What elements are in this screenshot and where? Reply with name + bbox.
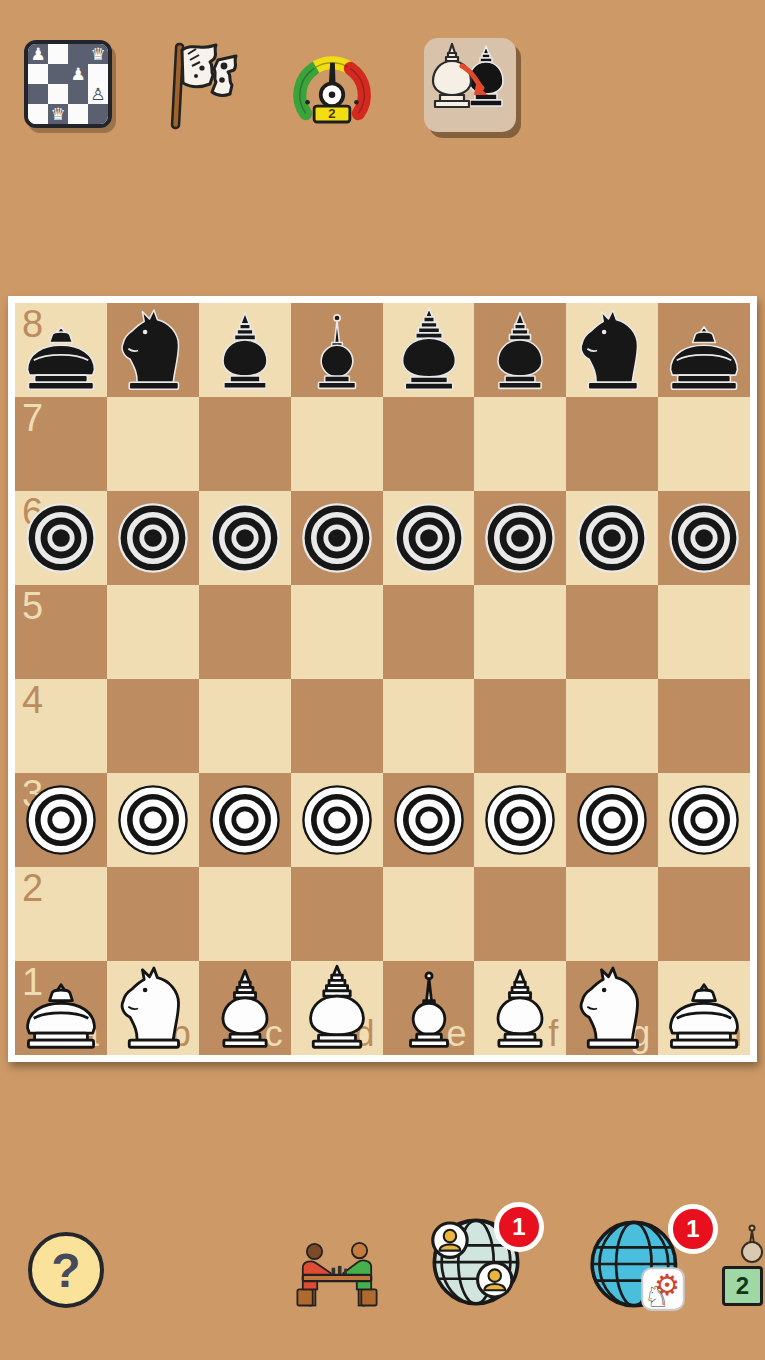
help-button[interactable]: ? <box>28 1232 104 1308</box>
square-h2[interactable] <box>658 867 750 961</box>
piece-black-ma-knight-b8[interactable] <box>109 305 197 396</box>
piece-white-ma-knight-g1[interactable] <box>568 963 656 1054</box>
square-e8[interactable] <box>383 303 475 397</box>
mini-board-glyph: ♛ <box>50 106 65 123</box>
square-a8[interactable]: 8 <box>15 303 107 397</box>
mini-board-cell: ♟ <box>28 44 48 64</box>
square-f1[interactable]: f <box>474 961 566 1055</box>
piece-white-bia-pawn-g3[interactable] <box>572 780 652 860</box>
mini-board-glyph: ♛ <box>90 46 105 63</box>
square-g2[interactable] <box>566 867 658 961</box>
online-engine-button[interactable]: ⚙ ♞ 1 <box>588 1214 688 1314</box>
piece-white-bia-pawn-e3[interactable] <box>389 780 469 860</box>
piece-black-khon-bishop-f8[interactable] <box>476 305 564 396</box>
piece-white-met-queen-e1[interactable] <box>385 963 473 1054</box>
square-e5[interactable] <box>383 585 475 679</box>
square-a5[interactable]: 5 <box>15 585 107 679</box>
mini-board-cell <box>88 64 108 84</box>
piece-white-rua-boat-rook-h1[interactable] <box>660 963 748 1054</box>
piece-black-bia-pawn-a6[interactable] <box>21 498 101 578</box>
difficulty-button[interactable]: 2 <box>284 44 380 138</box>
mini-board-cell <box>68 44 88 64</box>
square-c5[interactable] <box>199 585 291 679</box>
mini-board-cell <box>48 44 68 64</box>
piece-black-ma-knight-g8[interactable] <box>568 305 656 396</box>
engine-notification-badge: 1 <box>668 1204 718 1254</box>
square-f4[interactable] <box>474 679 566 773</box>
square-a2[interactable]: 2 <box>15 867 107 961</box>
square-h4[interactable] <box>658 679 750 773</box>
square-a1[interactable]: 1a <box>15 961 107 1055</box>
piece-black-khun-king-e8[interactable] <box>385 305 473 396</box>
square-f7[interactable] <box>474 397 566 491</box>
piece-black-rua-boat-rook-a8[interactable] <box>17 305 105 396</box>
piece-white-rua-boat-rook-a1[interactable] <box>17 963 105 1054</box>
square-b3[interactable] <box>107 773 199 867</box>
resign-button[interactable] <box>158 38 252 134</box>
swap-pieces-icon <box>424 38 516 132</box>
square-f3[interactable] <box>474 773 566 867</box>
piece-black-bia-pawn-d6[interactable] <box>297 498 377 578</box>
edge-partial-button[interactable]: 2 <box>718 1222 765 1318</box>
piece-white-khon-bishop-f1[interactable] <box>476 963 564 1054</box>
square-b2[interactable] <box>107 867 199 961</box>
square-b7[interactable] <box>107 397 199 491</box>
square-c8[interactable] <box>199 303 291 397</box>
piece-white-khun-king-d1[interactable] <box>293 963 381 1054</box>
piece-white-bia-pawn-b3[interactable] <box>113 780 193 860</box>
board-setup-button[interactable]: ♟♛♟♙♛ <box>24 40 112 128</box>
switch-sides-button[interactable] <box>424 38 516 132</box>
square-b8[interactable] <box>107 303 199 397</box>
knight-icon: ♞ <box>645 1281 669 1312</box>
square-g5[interactable] <box>566 585 658 679</box>
online-friends-button[interactable]: 1 <box>426 1210 526 1310</box>
mini-board-cell <box>88 104 108 124</box>
piece-white-bia-pawn-c3[interactable] <box>205 780 285 860</box>
square-a4[interactable]: 4 <box>15 679 107 773</box>
square-e6[interactable] <box>383 491 475 585</box>
square-f8[interactable] <box>474 303 566 397</box>
square-g6[interactable] <box>566 491 658 585</box>
makruk-board: 8 <box>8 296 757 1062</box>
square-g4[interactable] <box>566 679 658 773</box>
square-d6[interactable] <box>291 491 383 585</box>
square-f5[interactable] <box>474 585 566 679</box>
square-c7[interactable] <box>199 397 291 491</box>
square-d3[interactable] <box>291 773 383 867</box>
square-e1[interactable]: e <box>383 961 475 1055</box>
mini-board-cell <box>28 104 48 124</box>
square-e4[interactable] <box>383 679 475 773</box>
square-a6[interactable]: 6 <box>15 491 107 585</box>
square-d5[interactable] <box>291 585 383 679</box>
piece-black-rua-boat-rook-h8[interactable] <box>660 305 748 396</box>
piece-black-met-queen-d8[interactable] <box>293 305 381 396</box>
square-c6[interactable] <box>199 491 291 585</box>
partial-piece-icon <box>732 1222 765 1266</box>
square-f2[interactable] <box>474 867 566 961</box>
piece-black-bia-pawn-e6[interactable] <box>389 498 469 578</box>
square-c3[interactable] <box>199 773 291 867</box>
piece-black-bia-pawn-c6[interactable] <box>205 498 285 578</box>
square-a3[interactable]: 3 <box>15 773 107 867</box>
square-d7[interactable] <box>291 397 383 491</box>
mini-chessboard-icon: ♟♛♟♙♛ <box>24 40 112 128</box>
edge-difficulty-badge: 2 <box>722 1266 763 1306</box>
mini-board-cell <box>68 104 88 124</box>
piece-black-khon-bishop-c8[interactable] <box>201 305 289 396</box>
mini-board-glyph: ♟ <box>70 66 85 83</box>
mini-board-cell: ♛ <box>88 44 108 64</box>
square-c1[interactable]: c <box>199 961 291 1055</box>
square-e2[interactable] <box>383 867 475 961</box>
piece-white-khon-bishop-c1[interactable] <box>201 963 289 1054</box>
rank-label-2: 2 <box>22 868 43 910</box>
rank-label-5: 5 <box>22 586 43 628</box>
square-h5[interactable] <box>658 585 750 679</box>
engine-badge-count: 1 <box>686 1215 699 1243</box>
piece-white-bia-pawn-d3[interactable] <box>297 780 377 860</box>
square-h8[interactable] <box>658 303 750 397</box>
square-d2[interactable] <box>291 867 383 961</box>
mini-board-cell <box>68 84 88 104</box>
white-flag-icon <box>158 38 252 134</box>
square-b6[interactable] <box>107 491 199 585</box>
piece-black-bia-pawn-h6[interactable] <box>664 498 744 578</box>
piece-white-bia-pawn-a3[interactable] <box>21 780 101 860</box>
mini-board-glyph: ♙ <box>90 86 105 103</box>
square-c4[interactable] <box>199 679 291 773</box>
square-d8[interactable] <box>291 303 383 397</box>
square-h6[interactable] <box>658 491 750 585</box>
makruk-app-screen: ♟♛♟♙♛ 2 <box>0 0 765 1360</box>
square-b5[interactable] <box>107 585 199 679</box>
gauge-icon: 2 <box>284 44 380 138</box>
rank-label-4: 4 <box>22 680 43 722</box>
square-g1[interactable]: g <box>566 961 658 1055</box>
square-c2[interactable] <box>199 867 291 961</box>
piece-white-bia-pawn-h3[interactable] <box>664 780 744 860</box>
friends-notification-badge: 1 <box>494 1202 544 1252</box>
local-two-player-button[interactable] <box>292 1236 382 1312</box>
mini-board-cell: ♟ <box>68 64 88 84</box>
mini-board-glyph: ♟ <box>30 46 45 63</box>
square-e7[interactable] <box>383 397 475 491</box>
square-g7[interactable] <box>566 397 658 491</box>
square-e3[interactable] <box>383 773 475 867</box>
mini-board-cell <box>28 64 48 84</box>
square-d1[interactable]: d <box>291 961 383 1055</box>
friends-badge-count: 1 <box>512 1213 525 1241</box>
piece-white-bia-pawn-f3[interactable] <box>480 780 560 860</box>
square-h3[interactable] <box>658 773 750 867</box>
mini-board-cell <box>48 84 68 104</box>
mini-board-cell: ♙ <box>88 84 108 104</box>
square-h1[interactable]: h <box>658 961 750 1055</box>
mini-board-cell <box>28 84 48 104</box>
piece-black-bia-pawn-b6[interactable] <box>113 498 193 578</box>
square-b4[interactable] <box>107 679 199 773</box>
square-a7[interactable]: 7 <box>15 397 107 491</box>
square-b1[interactable]: b <box>107 961 199 1055</box>
difficulty-level-value: 2 <box>328 106 335 121</box>
piece-black-bia-pawn-g6[interactable] <box>572 498 652 578</box>
square-g8[interactable] <box>566 303 658 397</box>
players-at-table-icon <box>292 1236 382 1312</box>
mini-board-cell <box>48 64 68 84</box>
square-g3[interactable] <box>566 773 658 867</box>
square-d4[interactable] <box>291 679 383 773</box>
rank-label-7: 7 <box>22 398 43 440</box>
edge-badge-count: 2 <box>736 1272 749 1300</box>
square-f6[interactable] <box>474 491 566 585</box>
piece-black-bia-pawn-f6[interactable] <box>480 498 560 578</box>
question-mark-icon: ? <box>51 1243 80 1298</box>
piece-white-ma-knight-b1[interactable] <box>109 963 197 1054</box>
square-h7[interactable] <box>658 397 750 491</box>
mini-board-cell: ♛ <box>48 104 68 124</box>
